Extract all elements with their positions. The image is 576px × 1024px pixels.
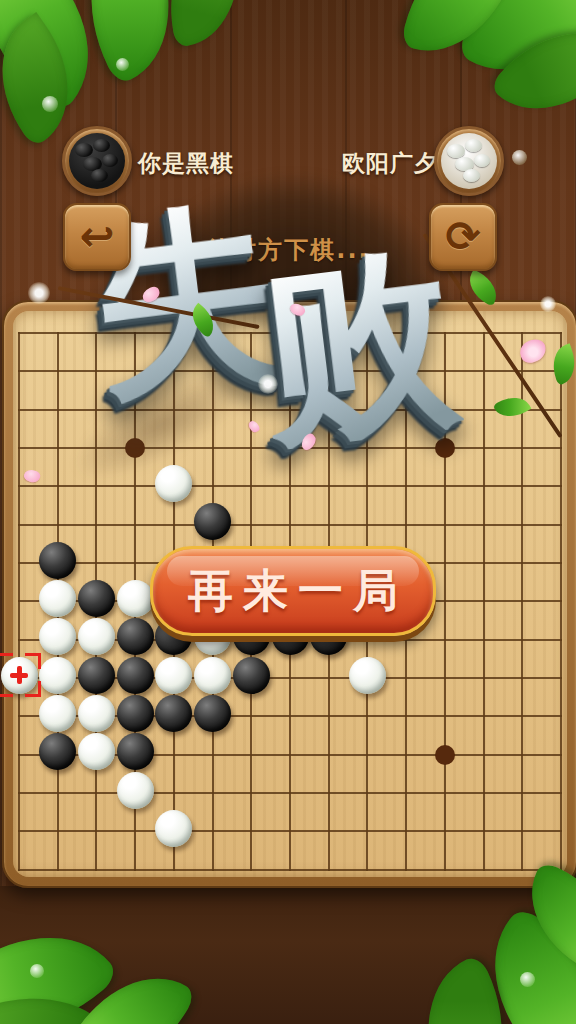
grid-line-h: [18, 830, 562, 832]
white-stone: [349, 657, 386, 694]
play-again-label: 再来一局: [178, 561, 408, 621]
star-point: [435, 745, 455, 765]
black-stone: [233, 657, 270, 694]
back-arrow-icon: ↩: [79, 216, 114, 258]
back-button[interactable]: ↩: [63, 203, 131, 271]
restart-arrow-icon: ⟳: [445, 216, 480, 258]
sparkle-decoration: [28, 282, 50, 304]
sparkle-decoration: [258, 374, 278, 394]
black-stones-bowl: [62, 126, 132, 196]
dew-highlight: [116, 58, 129, 71]
dew-highlight: [42, 96, 58, 112]
restart-button[interactable]: ⟳: [429, 203, 497, 271]
white-stone: [194, 657, 231, 694]
white-stone: [155, 810, 192, 847]
white-bowl-stones: [441, 133, 497, 189]
white-stone: [39, 618, 76, 655]
white-stone: [117, 580, 154, 617]
grid-line-h: [18, 370, 562, 372]
sparkle-decoration: [540, 296, 556, 312]
star-point: [435, 438, 455, 458]
white-stone: [39, 695, 76, 732]
play-again-button[interactable]: 再来一局: [150, 546, 436, 636]
grid-line-h: [18, 792, 562, 794]
corner-leaf: [157, 0, 253, 48]
black-stone: [117, 733, 154, 770]
self-player-label: 你是黑棋: [138, 148, 238, 179]
white-stone: [78, 695, 115, 732]
dew-highlight: [520, 972, 535, 987]
black-stone: [155, 695, 192, 732]
black-bowl-stones: [69, 133, 125, 189]
dew-highlight: [30, 964, 44, 978]
game-screen: 你是黑棋 欧阳广夕 ↩ ⟳ 待对方下棋... 失 败 再来一局: [0, 0, 576, 1024]
black-stone: [194, 695, 231, 732]
white-stone: [39, 580, 76, 617]
white-stone: [39, 657, 76, 694]
black-stone: [117, 695, 154, 732]
dew-highlight: [512, 150, 527, 165]
black-stone: [194, 503, 231, 540]
black-stone: [117, 657, 154, 694]
white-stones-bowl: [434, 126, 504, 196]
white-stone: [78, 733, 115, 770]
grid-line-h: [18, 332, 562, 334]
white-stone: [155, 657, 192, 694]
black-stone: [78, 580, 115, 617]
opponent-name: 欧阳广夕: [328, 148, 438, 179]
black-stone: [39, 733, 76, 770]
white-stone: [78, 618, 115, 655]
grid-line-h: [18, 524, 562, 526]
last-move-marker: [0, 653, 41, 697]
black-stone: [39, 542, 76, 579]
black-stone: [78, 657, 115, 694]
grid-line-h: [18, 869, 562, 871]
white-stone: [117, 772, 154, 809]
black-stone: [117, 618, 154, 655]
